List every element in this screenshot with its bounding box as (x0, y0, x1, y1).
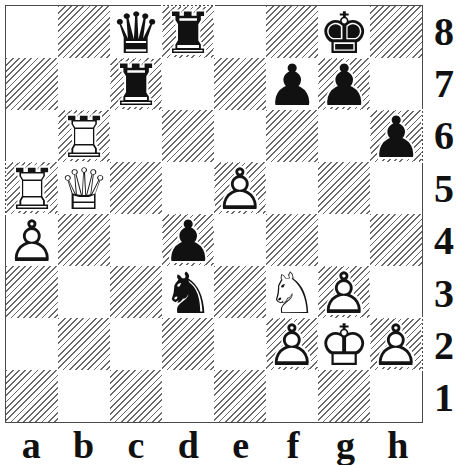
black-rook-d8: ♜ (162, 6, 214, 58)
square-e6 (214, 110, 266, 162)
square-c8: ♛ (110, 6, 162, 58)
square-b3 (58, 266, 110, 318)
square-h7 (370, 58, 422, 110)
square-e7 (214, 58, 266, 110)
square-d6 (162, 110, 214, 162)
square-a4: ♟♙ (6, 214, 58, 266)
black-knight-icon: ♞ (162, 267, 214, 319)
square-d5 (162, 162, 214, 214)
square-a3 (6, 266, 58, 318)
rank-label-1: 1 (423, 372, 465, 424)
square-h3 (370, 266, 422, 318)
white-queen-b5: ♛♕ (58, 162, 110, 214)
square-g8: ♚ (318, 6, 370, 58)
chess-board: ♛♜♚♜♟♟♜♖♟♜♖♛♕♟♙♟♙♟♞♞♘♟♙♟♙♚♔♟♙ (5, 5, 423, 423)
square-d2 (162, 318, 214, 370)
square-e2 (214, 318, 266, 370)
file-label-e: e (215, 423, 267, 465)
black-knight-d3: ♞ (162, 266, 214, 318)
square-f7: ♟ (266, 58, 318, 110)
square-a5: ♜♖ (6, 162, 58, 214)
square-c7: ♜ (110, 58, 162, 110)
white-rook-b6: ♜♖ (58, 110, 110, 162)
white-pawn-outline-icon: ♙ (370, 319, 422, 371)
square-b5: ♛♕ (58, 162, 110, 214)
file-label-c: c (110, 423, 162, 465)
rank-label-6: 6 (423, 110, 465, 162)
white-pawn-outline-icon: ♙ (214, 163, 266, 215)
white-queen-outline-icon: ♕ (58, 163, 110, 215)
black-queen-c8: ♛ (110, 6, 162, 58)
black-pawn-d4: ♟ (162, 214, 214, 266)
black-pawn-icon: ♟ (266, 59, 318, 111)
black-pawn-icon: ♟ (370, 111, 422, 163)
square-b2 (58, 318, 110, 370)
square-b7 (58, 58, 110, 110)
square-d3: ♞ (162, 266, 214, 318)
white-king-g2: ♚♔ (318, 318, 370, 370)
square-b4 (58, 214, 110, 266)
square-f1 (266, 370, 318, 422)
black-rook-icon: ♜ (162, 7, 214, 59)
black-pawn-icon: ♟ (318, 59, 370, 111)
black-rook-icon: ♜ (110, 59, 162, 111)
square-e1 (214, 370, 266, 422)
square-f5 (266, 162, 318, 214)
file-label-a: a (5, 423, 57, 465)
square-f2: ♟♙ (266, 318, 318, 370)
square-g3: ♟♙ (318, 266, 370, 318)
square-c6 (110, 110, 162, 162)
square-a6 (6, 110, 58, 162)
square-c3 (110, 266, 162, 318)
square-d7 (162, 58, 214, 110)
white-pawn-g3: ♟♙ (318, 266, 370, 318)
rank-label-2: 2 (423, 319, 465, 371)
black-pawn-g7: ♟ (318, 58, 370, 110)
file-label-h: h (372, 423, 424, 465)
square-b6: ♜♖ (58, 110, 110, 162)
square-e3 (214, 266, 266, 318)
square-h8 (370, 6, 422, 58)
square-f4 (266, 214, 318, 266)
rank-label-8: 8 (423, 5, 465, 57)
black-pawn-f7: ♟ (266, 58, 318, 110)
square-a7 (6, 58, 58, 110)
square-g2: ♚♔ (318, 318, 370, 370)
square-b8 (58, 6, 110, 58)
white-pawn-e5: ♟♙ (214, 162, 266, 214)
square-e8 (214, 6, 266, 58)
square-h2: ♟♙ (370, 318, 422, 370)
square-g5 (318, 162, 370, 214)
square-c5 (110, 162, 162, 214)
square-f6 (266, 110, 318, 162)
white-rook-a5: ♜♖ (6, 162, 58, 214)
square-g4 (318, 214, 370, 266)
square-c1 (110, 370, 162, 422)
square-h6: ♟ (370, 110, 422, 162)
rank-labels: 87654321 (423, 5, 465, 424)
rank-label-5: 5 (423, 162, 465, 214)
black-rook-c7: ♜ (110, 58, 162, 110)
square-a1 (6, 370, 58, 422)
square-g1 (318, 370, 370, 422)
square-c2 (110, 318, 162, 370)
rank-label-3: 3 (423, 267, 465, 319)
square-e5: ♟♙ (214, 162, 266, 214)
square-d8: ♜ (162, 6, 214, 58)
white-pawn-h2: ♟♙ (370, 318, 422, 370)
file-label-f: f (267, 423, 319, 465)
square-f8 (266, 6, 318, 58)
square-c4 (110, 214, 162, 266)
square-a8 (6, 6, 58, 58)
square-b1 (58, 370, 110, 422)
square-h4 (370, 214, 422, 266)
square-h5 (370, 162, 422, 214)
rank-label-7: 7 (423, 57, 465, 109)
square-e4 (214, 214, 266, 266)
square-d1 (162, 370, 214, 422)
black-pawn-h6: ♟ (370, 110, 422, 162)
rank-label-4: 4 (423, 215, 465, 267)
square-f3: ♞♘ (266, 266, 318, 318)
square-h1 (370, 370, 422, 422)
square-a2 (6, 318, 58, 370)
white-king-outline-icon: ♔ (318, 319, 370, 371)
file-labels: abcdefgh (5, 423, 424, 465)
white-pawn-f2: ♟♙ (266, 318, 318, 370)
file-label-g: g (319, 423, 371, 465)
white-pawn-outline-icon: ♙ (266, 319, 318, 371)
white-knight-f3: ♞♘ (266, 266, 318, 318)
square-g7: ♟ (318, 58, 370, 110)
square-g6 (318, 110, 370, 162)
white-pawn-outline-icon: ♙ (6, 215, 58, 267)
file-label-b: b (57, 423, 109, 465)
square-d4: ♟ (162, 214, 214, 266)
white-pawn-a4: ♟♙ (6, 214, 58, 266)
black-king-g8: ♚ (318, 6, 370, 58)
file-label-d: d (162, 423, 214, 465)
